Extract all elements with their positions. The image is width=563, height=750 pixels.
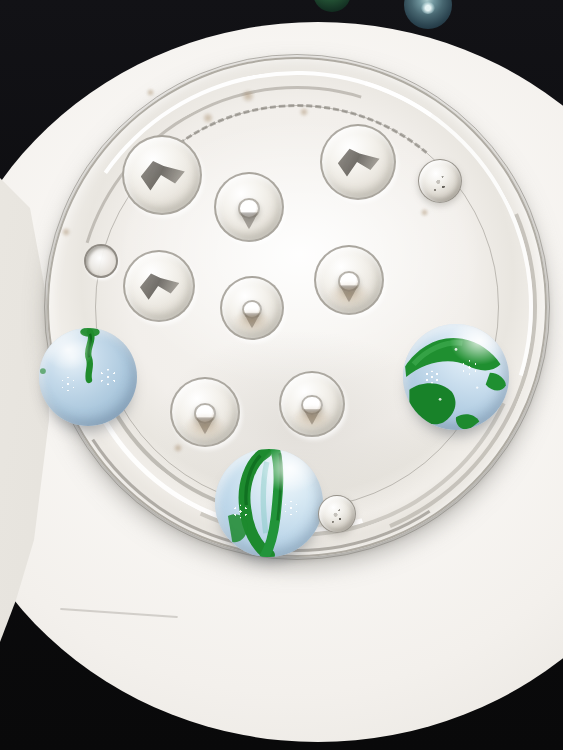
cup-reflection (338, 146, 380, 179)
flower-frog-cup (170, 377, 240, 447)
flower-frog-cup (320, 124, 396, 200)
cup-cone-shadow (240, 212, 258, 229)
flower-frog-cup (122, 135, 202, 215)
marble-glint (421, 2, 434, 14)
marble-clear-tiny (318, 495, 356, 533)
marbles-photo (0, 0, 563, 750)
flower-frog-cup (279, 371, 345, 437)
dust-speck (299, 107, 309, 117)
dust-speck (61, 227, 71, 237)
flower-frog-cup (220, 276, 284, 340)
marble-blue-green-west (39, 328, 137, 426)
cup-dust-tint (184, 413, 226, 439)
cup-dust-tint (328, 281, 370, 307)
dust-speck (420, 208, 429, 217)
dust-speck (146, 88, 155, 97)
flower-frog-cup (214, 172, 284, 242)
cup-dust-tint (233, 309, 271, 333)
marble-sheen (403, 324, 509, 430)
marble-sheen (215, 449, 323, 557)
dust-speck (202, 112, 214, 124)
flower-frog-cup (123, 250, 195, 322)
dust-speck (241, 89, 255, 103)
flower-frog-cup (314, 245, 384, 315)
dust-speck (173, 443, 183, 453)
cup-reflection (141, 158, 185, 193)
marble-blue-green-east (403, 324, 509, 430)
marble-sheen (39, 328, 137, 426)
marble-blue-green-south (215, 449, 323, 557)
cup-reflection (140, 271, 179, 302)
marble-clear-small (418, 159, 462, 203)
flower-frog-stem-hole (84, 244, 118, 278)
cup-dust-tint (292, 405, 332, 430)
